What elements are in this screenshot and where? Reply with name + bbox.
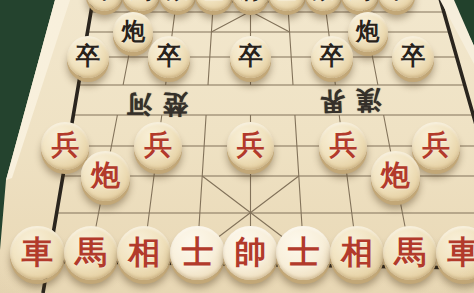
piece-red-soldier-1[interactable]: 兵 (41, 122, 89, 170)
piece-red-soldier-3[interactable]: 兵 (227, 122, 275, 170)
piece-red-soldier-2[interactable]: 兵 (134, 122, 182, 170)
piece-red-advisor-right[interactable]: 士 (276, 226, 331, 281)
piece-character: 帥 (235, 236, 267, 268)
piece-character: 象 (167, 0, 189, 2)
piece-character: 兵 (51, 131, 79, 159)
piece-red-general[interactable]: 帥 (223, 226, 278, 281)
piece-character: 馬 (75, 236, 107, 268)
piece-character: 車 (386, 0, 408, 2)
piece-character: 馬 (130, 0, 152, 2)
piece-red-cannon-right[interactable]: 炮 (371, 151, 421, 201)
piece-character: 相 (341, 236, 373, 268)
piece-red-cannon-left[interactable]: 炮 (81, 151, 131, 201)
piece-character: 車 (22, 236, 54, 268)
piece-character: 將 (240, 0, 262, 2)
piece-character: 車 (447, 236, 474, 268)
piece-character: 卒 (76, 44, 100, 68)
piece-black-soldier-2[interactable]: 卒 (148, 36, 190, 78)
piece-character: 卒 (157, 44, 181, 68)
piece-character: 卒 (320, 44, 344, 68)
piece-character: 卒 (238, 44, 262, 68)
piece-character: 相 (128, 236, 160, 268)
river-label-han-jie: 漢界 (308, 83, 381, 118)
xiangqi-scene: 楚河 漢界 車馬象士將士象馬車炮炮卒卒卒卒卒兵兵兵兵兵炮炮車馬相士帥士相馬車 (0, 0, 474, 293)
piece-character: 卒 (401, 44, 425, 68)
piece-black-soldier-1[interactable]: 卒 (67, 36, 109, 78)
piece-red-advisor-left[interactable]: 士 (170, 226, 225, 281)
piece-character: 馬 (349, 0, 371, 2)
piece-red-soldier-4[interactable]: 兵 (319, 122, 367, 170)
piece-character: 士 (181, 236, 213, 268)
piece-black-soldier-5[interactable]: 卒 (392, 36, 434, 78)
piece-character: 兵 (422, 131, 450, 159)
piece-red-chariot-left[interactable]: 車 (10, 226, 65, 281)
piece-character: 士 (288, 236, 320, 268)
piece-character: 炮 (381, 161, 410, 190)
piece-character: 士 (203, 0, 225, 2)
piece-character: 馬 (394, 236, 426, 268)
piece-character: 炮 (91, 161, 120, 190)
piece-character: 炮 (356, 19, 379, 42)
piece-character: 士 (276, 0, 298, 2)
piece-character: 車 (94, 0, 116, 2)
piece-black-soldier-4[interactable]: 卒 (311, 36, 353, 78)
piece-character: 炮 (122, 19, 145, 42)
piece-character: 兵 (237, 131, 265, 159)
piece-red-soldier-5[interactable]: 兵 (412, 122, 460, 170)
piece-black-cannon-right[interactable]: 炮 (348, 12, 388, 52)
river-label-chu-he: 楚河 (116, 88, 188, 121)
piece-character: 兵 (144, 131, 172, 159)
piece-character: 象 (313, 0, 335, 2)
piece-character: 兵 (329, 131, 357, 159)
piece-black-soldier-3[interactable]: 卒 (230, 36, 272, 78)
